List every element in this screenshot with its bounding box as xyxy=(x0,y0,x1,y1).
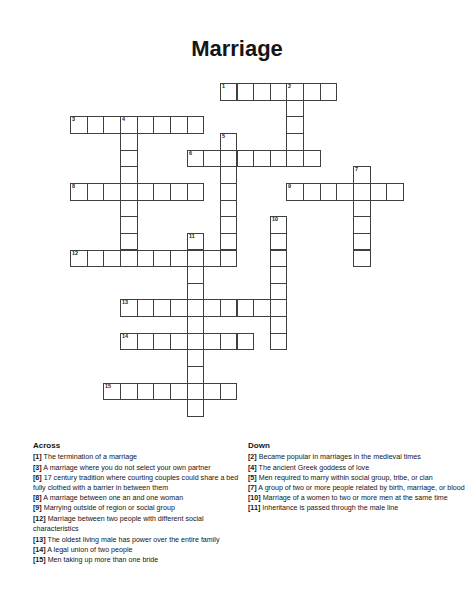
cell-number: 3 xyxy=(72,117,75,122)
down-header: Down xyxy=(248,441,468,451)
clue-item: [7] A group of two or more people relate… xyxy=(248,483,468,493)
grid-cell[interactable] xyxy=(170,116,188,134)
grid-cell[interactable] xyxy=(187,383,205,401)
clue-number: [11] xyxy=(248,504,260,512)
grid-cell[interactable] xyxy=(353,216,371,234)
grid-cell[interactable] xyxy=(187,349,205,367)
grid-cell[interactable] xyxy=(303,83,321,101)
clue-number: [8] xyxy=(33,494,42,502)
cell-number: 8 xyxy=(72,184,75,189)
crossword-grid: 123456789101112131415 xyxy=(70,83,404,417)
grid-cell[interactable] xyxy=(137,333,155,351)
clue-number: [3] xyxy=(33,463,42,471)
grid-cell[interactable] xyxy=(187,283,205,301)
grid-cell[interactable] xyxy=(153,299,171,317)
grid-cell[interactable] xyxy=(237,333,255,351)
grid-cell[interactable] xyxy=(103,116,121,134)
grid-cell[interactable] xyxy=(137,183,155,201)
grid-cell[interactable] xyxy=(270,333,288,351)
grid-cell[interactable] xyxy=(220,250,238,268)
cell-number: 12 xyxy=(72,251,78,256)
grid-cell[interactable] xyxy=(103,183,121,201)
grid-cell[interactable] xyxy=(370,183,388,201)
grid-cell[interactable] xyxy=(137,250,155,268)
clue-number: [15] xyxy=(33,555,46,563)
grid-cell[interactable] xyxy=(270,316,288,334)
clue-number: [4] xyxy=(248,463,257,471)
grid-cell[interactable] xyxy=(303,183,321,201)
grid-cell[interactable] xyxy=(353,250,371,268)
clue-item: [4] The ancient Greek goddess of love xyxy=(248,462,468,472)
puzzle-title: Marriage xyxy=(0,36,474,62)
cell-number: 15 xyxy=(105,384,111,389)
cell-number: 5 xyxy=(222,134,225,139)
grid-cell[interactable] xyxy=(270,250,288,268)
grid-cell[interactable] xyxy=(170,183,188,201)
grid-cell[interactable] xyxy=(153,116,171,134)
cell-number: 10 xyxy=(272,217,278,222)
grid-cell[interactable] xyxy=(203,333,221,351)
grid-cell[interactable] xyxy=(187,266,205,284)
cell-number: 1 xyxy=(222,84,225,89)
grid-cell[interactable] xyxy=(153,250,171,268)
grid-cell[interactable] xyxy=(237,150,255,168)
grid-cell[interactable] xyxy=(120,150,138,168)
grid-cell[interactable] xyxy=(187,250,205,268)
clue-number: [10] xyxy=(248,494,261,502)
grid-cell[interactable] xyxy=(203,150,221,168)
grid-cell[interactable]: 10 xyxy=(270,216,288,234)
grid-cell[interactable] xyxy=(336,183,354,201)
across-clues: Across [1] The termination of a marriage… xyxy=(33,441,248,565)
grid-cell[interactable]: 8 xyxy=(70,183,88,201)
grid-cell[interactable] xyxy=(137,383,155,401)
grid-cell[interactable] xyxy=(220,333,238,351)
clue-number: [7] xyxy=(248,483,257,491)
grid-cell[interactable] xyxy=(220,183,238,201)
clue-item: [14] A legal union of two people xyxy=(33,544,248,554)
grid-cell[interactable] xyxy=(237,83,255,101)
grid-cell[interactable] xyxy=(270,283,288,301)
grid-cell[interactable]: 3 xyxy=(70,116,88,134)
grid-cell[interactable] xyxy=(187,316,205,334)
clue-item: [6] 17 century tradition where courting … xyxy=(33,472,248,493)
grid-cell[interactable] xyxy=(286,150,304,168)
clue-number: [6] xyxy=(33,473,42,481)
grid-cell[interactable] xyxy=(220,299,238,317)
crossword-page: Marriage 123456789101112131415 Across [1… xyxy=(0,0,474,613)
clue-item: [2] Became popular in marriages in the m… xyxy=(248,452,468,462)
grid-cell[interactable] xyxy=(220,216,238,234)
grid-cell[interactable] xyxy=(203,250,221,268)
grid-cell[interactable] xyxy=(220,233,238,251)
across-clue-list: [1] The termination of a marriage[3] A m… xyxy=(33,452,248,565)
grid-cell[interactable] xyxy=(253,83,271,101)
grid-cell[interactable] xyxy=(170,333,188,351)
grid-cell[interactable] xyxy=(237,299,255,317)
grid-cell[interactable] xyxy=(120,216,138,234)
grid-cell[interactable] xyxy=(353,183,371,201)
cell-number: 6 xyxy=(189,151,192,156)
clue-item: [15] Men taking up more than one bride xyxy=(33,555,248,565)
clue-number: [2] xyxy=(248,453,257,461)
grid-cell[interactable] xyxy=(87,250,105,268)
grid-cell[interactable] xyxy=(286,116,304,134)
clue-item: [1] The termination of a marriage xyxy=(33,452,248,462)
grid-cell[interactable]: 6 xyxy=(187,150,205,168)
grid-cell[interactable] xyxy=(137,299,155,317)
grid-cell[interactable] xyxy=(187,399,205,417)
clue-item: [9] Marrying outside of region or social… xyxy=(33,503,248,513)
grid-cell[interactable]: 12 xyxy=(70,250,88,268)
grid-cell[interactable]: 14 xyxy=(120,333,138,351)
grid-cell[interactable]: 9 xyxy=(286,183,304,201)
grid-cell[interactable] xyxy=(270,233,288,251)
clue-item: [11] Inheritance is passed through the m… xyxy=(248,503,468,513)
grid-cell[interactable] xyxy=(203,299,221,317)
grid-cell[interactable] xyxy=(203,383,221,401)
grid-cell[interactable] xyxy=(187,116,205,134)
grid-cell[interactable] xyxy=(187,366,205,384)
grid-cell[interactable] xyxy=(270,299,288,317)
cell-number: 2 xyxy=(288,84,291,89)
clue-item: [10] Marriage of a women to two or more … xyxy=(248,493,468,503)
grid-cell[interactable] xyxy=(170,299,188,317)
grid-cell[interactable] xyxy=(87,183,105,201)
clue-number: [12] xyxy=(33,514,46,522)
grid-cell[interactable] xyxy=(120,250,138,268)
clue-number: [1] xyxy=(33,453,42,461)
grid-cell[interactable] xyxy=(386,183,404,201)
grid-cell[interactable] xyxy=(120,166,138,184)
grid-cell[interactable] xyxy=(220,200,238,218)
grid-cell[interactable] xyxy=(120,183,138,201)
grid-cell[interactable] xyxy=(120,133,138,151)
grid-cell[interactable] xyxy=(120,383,138,401)
clue-item: [8] A marriage between one an and one wo… xyxy=(33,493,248,503)
grid-cell[interactable] xyxy=(220,150,238,168)
cell-number: 7 xyxy=(355,167,358,172)
grid-cell[interactable]: 7 xyxy=(353,166,371,184)
grid-cell[interactable] xyxy=(153,383,171,401)
across-header: Across xyxy=(33,441,248,451)
grid-cell[interactable] xyxy=(353,200,371,218)
grid-cell[interactable]: 2 xyxy=(286,83,304,101)
grid-cell[interactable] xyxy=(220,383,238,401)
clue-item: [5] Men required to marry within social … xyxy=(248,472,468,482)
cell-number: 9 xyxy=(288,184,291,189)
grid-cell[interactable] xyxy=(170,250,188,268)
grid-cell[interactable] xyxy=(270,83,288,101)
grid-cell[interactable] xyxy=(170,383,188,401)
grid-cell[interactable] xyxy=(286,100,304,118)
grid-cell[interactable] xyxy=(153,333,171,351)
clue-item: [12] Marriage between two people with di… xyxy=(33,514,248,535)
clue-number: [5] xyxy=(248,473,257,481)
grid-cell[interactable] xyxy=(320,183,338,201)
cell-number: 11 xyxy=(189,234,195,239)
grid-cell[interactable] xyxy=(270,150,288,168)
grid-cell[interactable] xyxy=(120,233,138,251)
clue-item: [3] A marriage where you do not select y… xyxy=(33,462,248,472)
grid-cell[interactable] xyxy=(120,200,138,218)
clue-number: [13] xyxy=(33,535,46,543)
down-clues: Down [2] Became popular in marriages in … xyxy=(248,441,468,514)
grid-cell[interactable] xyxy=(303,150,321,168)
clue-item: [13] The oldest living male has power ov… xyxy=(33,534,248,544)
grid-cell[interactable] xyxy=(153,183,171,201)
grid-cell[interactable]: 4 xyxy=(120,116,138,134)
cell-number: 13 xyxy=(122,300,128,305)
grid-cell[interactable] xyxy=(270,266,288,284)
grid-cell[interactable] xyxy=(87,116,105,134)
grid-cell[interactable] xyxy=(253,299,271,317)
grid-cell[interactable]: 1 xyxy=(220,83,238,101)
grid-cell[interactable] xyxy=(320,83,338,101)
grid-cell[interactable] xyxy=(286,133,304,151)
clue-number: [14] xyxy=(33,545,46,553)
grid-cell[interactable]: 11 xyxy=(187,233,205,251)
grid-cell[interactable] xyxy=(137,116,155,134)
grid-cell[interactable]: 15 xyxy=(103,383,121,401)
grid-cell[interactable]: 5 xyxy=(220,133,238,151)
grid-cell[interactable] xyxy=(187,183,205,201)
grid-cell[interactable]: 13 xyxy=(120,299,138,317)
grid-cell[interactable] xyxy=(187,299,205,317)
grid-cell[interactable] xyxy=(103,250,121,268)
down-clue-list: [2] Became popular in marriages in the m… xyxy=(248,452,468,514)
cell-number: 4 xyxy=(122,117,125,122)
grid-cell[interactable] xyxy=(187,333,205,351)
cell-number: 14 xyxy=(122,334,128,339)
grid-cell[interactable] xyxy=(253,150,271,168)
grid-cell[interactable] xyxy=(220,166,238,184)
grid-cell[interactable] xyxy=(353,233,371,251)
clue-number: [9] xyxy=(33,504,42,512)
